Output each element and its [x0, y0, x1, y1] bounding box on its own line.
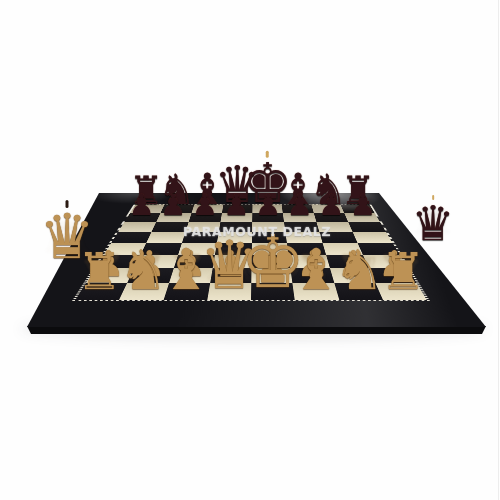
square-g7 — [313, 213, 348, 222]
square-g8 — [311, 204, 344, 212]
square-d7 — [220, 213, 252, 222]
square-f7 — [283, 213, 316, 222]
square-b2 — [127, 268, 173, 283]
square-b8 — [161, 204, 194, 212]
square-b3 — [134, 255, 177, 268]
square-d4 — [215, 243, 252, 255]
square-g3 — [326, 255, 369, 268]
finial-tip — [65, 200, 68, 207]
square-h6 — [348, 222, 386, 232]
square-f2 — [291, 268, 334, 283]
watermark-text: PARAMOUNT DEALZ — [183, 224, 331, 239]
square-e7 — [252, 213, 284, 222]
square-e3 — [252, 255, 291, 268]
square-e2 — [251, 268, 292, 283]
square-f1 — [293, 283, 339, 300]
square-g4 — [322, 243, 362, 255]
square-d3 — [212, 255, 251, 268]
finial-tip — [266, 151, 269, 158]
square-a8 — [130, 204, 164, 212]
square-b7 — [156, 213, 191, 222]
photo-edge-line — [498, 0, 499, 500]
offboard-black-queen: ♛ — [411, 199, 454, 247]
square-e4 — [252, 243, 289, 255]
square-h8 — [340, 204, 374, 212]
square-b5 — [147, 232, 186, 243]
square-h4 — [357, 243, 399, 255]
square-g2 — [330, 268, 376, 283]
square-c2 — [169, 268, 213, 283]
square-f3 — [289, 255, 330, 268]
square-e1 — [251, 283, 295, 300]
square-d8 — [222, 204, 253, 212]
square-c7 — [188, 213, 221, 222]
finial-tip — [432, 195, 435, 201]
square-f8 — [282, 204, 314, 212]
square-b4 — [141, 243, 182, 255]
square-h7 — [344, 213, 380, 222]
square-c4 — [178, 243, 217, 255]
square-a4 — [104, 243, 147, 255]
square-c8 — [191, 204, 223, 212]
square-h3 — [363, 255, 408, 268]
chess-board — [72, 204, 430, 301]
square-a5 — [111, 232, 151, 243]
square-a6 — [118, 222, 156, 232]
square-h5 — [352, 232, 392, 243]
square-c1 — [163, 283, 210, 300]
square-d2 — [210, 268, 252, 283]
square-h2 — [369, 268, 417, 283]
product-photo: ♜♞♝♛♚♝♞♜♟♟♟♟♟♟♟♟♟♟♟♟♟♟♟♟♜♞♝♛♚♝♞♜ ♜♞♝♛♚♝♞… — [0, 0, 500, 500]
square-b1 — [119, 283, 168, 300]
square-f4 — [287, 243, 326, 255]
square-a7 — [125, 213, 161, 222]
square-d1 — [207, 283, 251, 300]
reflection: ♛ — [411, 204, 454, 245]
square-c3 — [173, 255, 214, 268]
square-e8 — [252, 204, 283, 212]
square-h1 — [375, 283, 426, 300]
